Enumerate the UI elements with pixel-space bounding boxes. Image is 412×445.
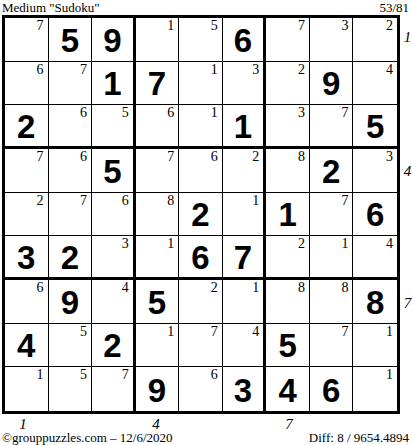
cell-r2c2[interactable]: 7 [49, 62, 93, 106]
cell-r6c7[interactable]: 2 [266, 236, 310, 280]
solved-digit: 7 [234, 239, 252, 274]
solved-digit: 6 [234, 22, 252, 57]
solved-digit: 6 [322, 372, 340, 407]
cell-r1c8[interactable]: 3 [310, 18, 354, 62]
cell-r2c7[interactable]: 2 [266, 62, 310, 106]
row-coordinate-label-1: 1 [403, 30, 412, 45]
cell-r3c8[interactable]: 7 [310, 105, 354, 149]
candidate-digit: 6 [37, 63, 44, 76]
solved-digit: 8 [366, 284, 384, 319]
progress-counter: 53/81 [379, 0, 409, 15]
candidate-digit: 7 [37, 150, 44, 163]
cell-r1c6[interactable]: 6 [223, 18, 267, 62]
cell-r4c8[interactable]: 2 [310, 149, 354, 193]
cell-r1c4[interactable]: 1 [136, 18, 180, 62]
cell-r5c1[interactable]: 2 [5, 193, 49, 237]
candidate-digit: 7 [211, 325, 218, 338]
cell-r1c9[interactable]: 2 [353, 18, 397, 62]
candidate-digit: 7 [341, 106, 348, 119]
candidate-digit: 7 [80, 194, 87, 207]
cell-r6c5[interactable]: 6 [179, 236, 223, 280]
cell-r7c8[interactable]: 8 [310, 280, 354, 324]
solved-digit: 9 [103, 22, 121, 57]
cell-r2c5[interactable]: 1 [179, 62, 223, 106]
solved-digit: 9 [148, 372, 166, 407]
cell-r3c6[interactable]: 1 [223, 105, 267, 149]
title-bar: Medium "Sudoku" 53/81 [2, 0, 409, 15]
candidate-digit: 7 [167, 150, 174, 163]
solved-digit: 2 [61, 239, 79, 274]
cell-r8c9[interactable]: 1 [353, 324, 397, 368]
candidate-digit: 3 [122, 237, 129, 250]
candidate-digit: 2 [298, 63, 305, 76]
cell-r8c7[interactable]: 5 [266, 324, 310, 368]
candidate-digit: 7 [37, 19, 44, 32]
candidate-digit: 3 [386, 150, 393, 163]
candidate-digit: 1 [252, 281, 259, 294]
cell-r5c7[interactable]: 1 [266, 193, 310, 237]
candidate-digit: 5 [80, 325, 87, 338]
candidate-digit: 2 [211, 281, 218, 294]
candidate-digit: 6 [167, 106, 174, 119]
candidate-digit: 1 [386, 368, 393, 381]
cell-r7c5[interactable]: 2 [179, 280, 223, 324]
cell-r8c8[interactable]: 7 [310, 324, 354, 368]
cell-r3c5[interactable]: 1 [179, 105, 223, 149]
cell-r6c6[interactable]: 7 [223, 236, 267, 280]
cell-r8c2[interactable]: 5 [49, 324, 93, 368]
cell-r3c3[interactable]: 5 [92, 105, 136, 149]
cell-r5c3[interactable]: 6 [92, 193, 136, 237]
cell-r6c2[interactable]: 2 [49, 236, 93, 280]
candidate-digit: 3 [341, 19, 348, 32]
solved-digit: 2 [322, 153, 340, 188]
candidate-digit: 6 [80, 150, 87, 163]
candidate-digit: 8 [298, 281, 305, 294]
candidate-digit: 1 [37, 368, 44, 381]
cell-r9c4[interactable]: 9 [136, 367, 180, 411]
candidate-digit: 4 [386, 237, 393, 250]
solved-digit: 4 [17, 327, 35, 362]
solved-digit: 5 [103, 153, 121, 188]
candidate-digit: 6 [211, 150, 218, 163]
candidate-digit: 5 [80, 368, 87, 381]
solved-digit: 3 [17, 239, 35, 274]
candidate-digit: 7 [341, 194, 348, 207]
cell-r9c6[interactable]: 3 [223, 367, 267, 411]
candidate-digit: 1 [167, 237, 174, 250]
cell-r8c1[interactable]: 4 [5, 324, 49, 368]
cell-r2c1[interactable]: 6 [5, 62, 49, 106]
cell-r6c9[interactable]: 4 [353, 236, 397, 280]
cell-r4c2[interactable]: 6 [49, 149, 93, 193]
cell-r9c2[interactable]: 5 [49, 367, 93, 411]
cell-r8c5[interactable]: 7 [179, 324, 223, 368]
solved-digit: 4 [278, 372, 296, 407]
cell-r5c4[interactable]: 8 [136, 193, 180, 237]
solved-digit: 2 [17, 108, 35, 143]
solved-digit: 2 [191, 196, 209, 231]
cell-r4c9[interactable]: 3 [353, 149, 397, 193]
solved-digit: 1 [234, 108, 252, 143]
cell-r6c3[interactable]: 3 [92, 236, 136, 280]
solved-digit: 9 [322, 65, 340, 100]
candidate-digit: 1 [167, 325, 174, 338]
candidate-digit: 4 [252, 325, 259, 338]
cell-r8c3[interactable]: 2 [92, 324, 136, 368]
cell-r3c2[interactable]: 6 [49, 105, 93, 149]
cell-r9c8[interactable]: 6 [310, 367, 354, 411]
cell-r7c9[interactable]: 8 [353, 280, 397, 324]
cell-r5c9[interactable]: 6 [353, 193, 397, 237]
candidate-digit: 1 [211, 106, 218, 119]
candidate-digit: 2 [386, 19, 393, 32]
cell-r3c1[interactable]: 2 [5, 105, 49, 149]
solved-digit: 5 [61, 22, 79, 57]
cell-r7c4[interactable]: 5 [136, 280, 180, 324]
candidate-digit: 5 [211, 19, 218, 32]
candidate-digit: 1 [252, 194, 259, 207]
cell-r1c1[interactable]: 7 [5, 18, 49, 62]
cell-r2c3[interactable]: 1 [92, 62, 136, 106]
cell-r3c9[interactable]: 5 [353, 105, 397, 149]
cell-r7c3[interactable]: 4 [92, 280, 136, 324]
sudoku-page: Medium "Sudoku" 53/81 759156732671713294… [0, 0, 412, 445]
candidate-digit: 8 [298, 150, 305, 163]
cell-r3c7[interactable]: 3 [266, 105, 310, 149]
cell-r2c6[interactable]: 3 [223, 62, 267, 106]
candidate-digit: 4 [386, 63, 393, 76]
cell-r5c5[interactable]: 2 [179, 193, 223, 237]
cell-r5c6[interactable]: 1 [223, 193, 267, 237]
cell-r4c7[interactable]: 8 [266, 149, 310, 193]
difficulty-text: Diff: 8 / 9654.4894 [309, 430, 409, 445]
cell-r1c7[interactable]: 7 [266, 18, 310, 62]
cell-r1c5[interactable]: 5 [179, 18, 223, 62]
solved-digit: 1 [278, 196, 296, 231]
cell-r5c2[interactable]: 7 [49, 193, 93, 237]
candidate-digit: 6 [80, 106, 87, 119]
candidate-digit: 2 [298, 237, 305, 250]
cell-r3c4[interactable]: 6 [136, 105, 180, 149]
row-coordinate-label-4: 4 [403, 164, 412, 179]
cell-r5c8[interactable]: 7 [310, 193, 354, 237]
solved-digit: 5 [366, 108, 384, 143]
candidate-digit: 5 [122, 106, 129, 119]
cell-r7c2[interactable]: 9 [49, 280, 93, 324]
cell-r2c4[interactable]: 7 [136, 62, 180, 106]
candidate-digit: 3 [298, 106, 305, 119]
candidate-digit: 8 [167, 194, 174, 207]
row-coordinate-label-7: 7 [403, 296, 412, 311]
candidate-digit: 1 [167, 19, 174, 32]
solved-digit: 3 [234, 372, 252, 407]
cell-r4c6[interactable]: 2 [223, 149, 267, 193]
solved-digit: 6 [191, 239, 209, 274]
cell-r4c5[interactable]: 6 [179, 149, 223, 193]
cell-r9c1[interactable]: 1 [5, 367, 49, 411]
cell-r8c4[interactable]: 1 [136, 324, 180, 368]
cell-r6c4[interactable]: 1 [136, 236, 180, 280]
cell-r6c1[interactable]: 3 [5, 236, 49, 280]
cell-r9c9[interactable]: 1 [353, 367, 397, 411]
candidate-digit: 7 [122, 368, 129, 381]
cell-r9c3[interactable]: 7 [92, 367, 136, 411]
cell-r9c5[interactable]: 6 [179, 367, 223, 411]
solved-digit: 1 [103, 65, 121, 100]
candidate-digit: 6 [211, 368, 218, 381]
candidate-digit: 2 [252, 150, 259, 163]
candidate-digit: 2 [37, 194, 44, 207]
candidate-digit: 1 [341, 237, 348, 250]
cell-r7c7[interactable]: 8 [266, 280, 310, 324]
copyright-date-text: ©grouppuzzles.com – 12/6/2020 [2, 430, 173, 445]
cell-r1c3[interactable]: 9 [92, 18, 136, 62]
page-title: Medium "Sudoku" [2, 0, 100, 15]
candidate-digit: 1 [386, 325, 393, 338]
candidate-digit: 7 [298, 19, 305, 32]
cell-r4c4[interactable]: 7 [136, 149, 180, 193]
cell-r1c2[interactable]: 5 [49, 18, 93, 62]
footer-bar: ©grouppuzzles.com – 12/6/2020 Diff: 8 / … [2, 430, 409, 445]
solved-digit: 6 [366, 196, 384, 231]
candidate-digit: 7 [80, 63, 87, 76]
candidate-digit: 6 [37, 281, 44, 294]
candidate-digit: 6 [122, 194, 129, 207]
cell-r8c6[interactable]: 4 [223, 324, 267, 368]
cell-r4c1[interactable]: 7 [5, 149, 49, 193]
cell-r2c9[interactable]: 4 [353, 62, 397, 106]
candidate-digit: 3 [252, 63, 259, 76]
cell-r2c8[interactable]: 9 [310, 62, 354, 106]
candidate-digit: 7 [341, 325, 348, 338]
solved-digit: 5 [148, 284, 166, 319]
candidate-digit: 8 [341, 281, 348, 294]
cell-r4c3[interactable]: 5 [92, 149, 136, 193]
cell-r7c6[interactable]: 1 [223, 280, 267, 324]
solved-digit: 9 [61, 284, 79, 319]
solved-digit: 5 [278, 327, 296, 362]
cell-r7c1[interactable]: 6 [5, 280, 49, 324]
cell-r9c7[interactable]: 4 [266, 367, 310, 411]
candidate-digit: 4 [122, 281, 129, 294]
cell-r6c8[interactable]: 1 [310, 236, 354, 280]
candidate-digit: 1 [211, 63, 218, 76]
solved-digit: 2 [103, 327, 121, 362]
solved-digit: 7 [148, 65, 166, 100]
sudoku-board: 7591567326717132942656113757657628232768… [2, 15, 400, 414]
